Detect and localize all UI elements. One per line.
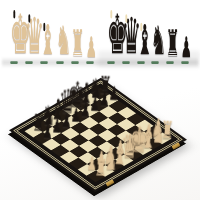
square-h1: ♜ [153, 132, 171, 144]
board-scene: ♜♞♝♛♚♝♞♜♟♟♟♟♟♟♟♟♟♟♟♟♟♟♟♟♜♞♝♛♚♝♞♜ [0, 0, 200, 200]
chess-board: ♜♞♝♛♚♝♞♜♟♟♟♟♟♟♟♟♟♟♟♟♟♟♟♟♜♞♝♛♚♝♞♜ [9, 78, 187, 192]
frame-pinstripe-inner: ♜♞♝♛♚♝♞♜♟♟♟♟♟♟♟♟♟♟♟♟♟♟♟♟♜♞♝♛♚♝♞♜ [16, 82, 180, 187]
board-squares: ♜♞♝♛♚♝♞♜♟♟♟♟♟♟♟♟♟♟♟♟♟♟♟♟♜♞♝♛♚♝♞♜ [25, 88, 172, 182]
dark-rook: ♜ [94, 73, 116, 98]
frame-pinstripe-outer: ♜♞♝♛♚♝♞♜♟♟♟♟♟♟♟♟♟♟♟♟♟♟♟♟♜♞♝♛♚♝♞♜ [13, 81, 182, 190]
product-photo-chess-set: ♚♛♝♞♜♟ ♚♛♝♞♜♟ ♜♞♝♛♚♝♞♜♟♟♟♟♟♟♟♟♟♟♟♟♟♟♟♟♜♞… [0, 0, 200, 200]
